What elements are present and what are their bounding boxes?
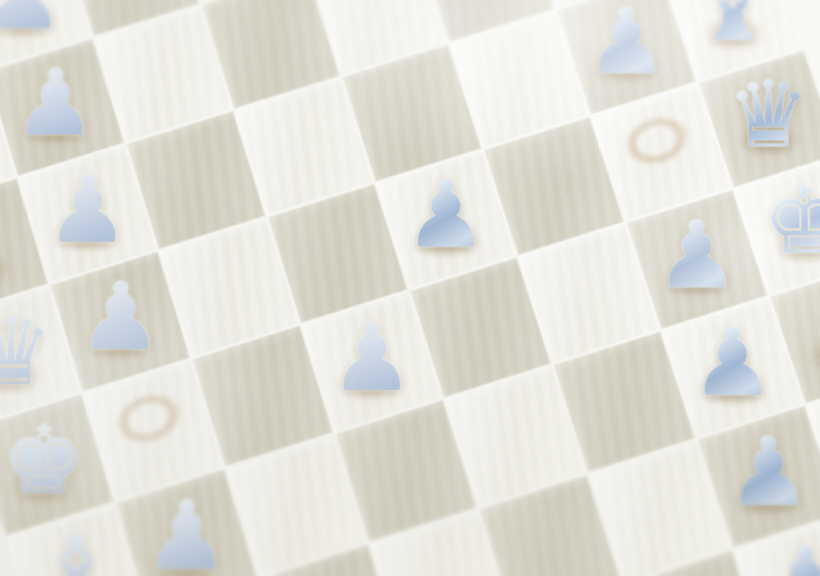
vacated-square-reflection <box>108 384 190 454</box>
vacated-square-reflection <box>616 107 697 176</box>
glass-chess-photo: ♜♞♝♛♚♝♞♜♟♟♟♟♟♟♟♟♜♞♝♛♚♝♞♜♟♟♟♟♟♟♟♟ <box>0 0 820 576</box>
board-perspective-wrapper: ♜♞♝♛♚♝♞♜♟♟♟♟♟♟♟♟♜♞♝♛♚♝♞♜♟♟♟♟♟♟♟♟ <box>0 6 820 576</box>
chess-board: ♜♞♝♛♚♝♞♜♟♟♟♟♟♟♟♟♜♞♝♛♚♝♞♜♟♟♟♟♟♟♟♟ <box>0 0 820 576</box>
